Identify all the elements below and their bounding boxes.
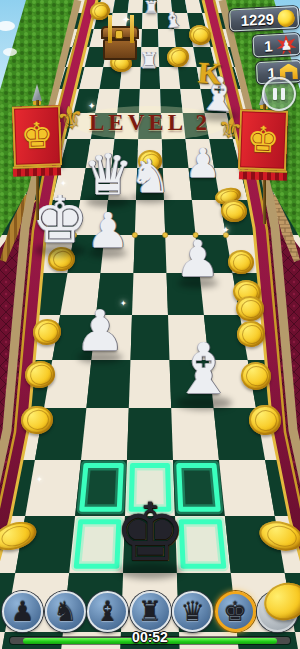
board-square: [120, 67, 141, 89]
black-knight-icon: ♞: [53, 598, 77, 625]
board-square: [162, 139, 189, 168]
board-square: [158, 13, 175, 29]
tray-slot-buy-coin[interactable]: [257, 591, 298, 632]
board-square: [135, 200, 165, 235]
board-square: [86, 360, 130, 408]
board-square: [91, 315, 132, 360]
board-square: [127, 408, 173, 460]
board-square: [142, 13, 158, 29]
board-square: [103, 47, 124, 67]
board-square: [237, 632, 300, 649]
board-square: [141, 47, 160, 67]
board-square: [112, 139, 139, 168]
move-target-square[interactable]: [76, 522, 119, 567]
board-square: [209, 360, 256, 408]
game-screen: ✦✦✦✦✦✦✦ ♜♝♜♝♟♞♛♚♟♟♟♝♚ K ♚ ♚ ⚜ ⚜ LEVEL 2 …: [0, 0, 300, 649]
board-square: [171, 408, 219, 460]
board-square: [158, 29, 176, 47]
board-square: [25, 460, 81, 516]
black-king-icon: ♚: [223, 598, 247, 625]
player-black-king[interactable]: ♚: [114, 493, 186, 573]
pause-button[interactable]: [262, 77, 296, 111]
board-square: [15, 516, 75, 573]
pause-icon: [273, 88, 277, 100]
board-square: [101, 235, 135, 273]
board-square: [0, 632, 63, 649]
board-square: [129, 360, 171, 408]
board-square: [174, 29, 193, 47]
tray-slot-pawn[interactable]: ♟: [2, 591, 43, 632]
board-square: [159, 47, 178, 67]
board-square: [96, 273, 133, 315]
board-square: [167, 273, 204, 315]
board-square: [132, 273, 168, 315]
tray-slot-knight[interactable]: ♞: [45, 591, 86, 632]
tray-slot-king[interactable]: ♚: [215, 591, 256, 632]
board-square: [136, 168, 164, 200]
board-square: [107, 29, 126, 47]
board-square: [56, 632, 121, 649]
board-square: [176, 47, 197, 67]
board-square: [113, 0, 129, 13]
black-pawn-icon: ♟: [10, 598, 34, 625]
tray-slot-rook[interactable]: ♜: [130, 591, 171, 632]
move-target-square[interactable]: [181, 522, 224, 567]
board-square: [105, 200, 137, 235]
board-square: [171, 0, 187, 13]
tray-slot-bishop[interactable]: ♝: [87, 591, 128, 632]
board-square: [165, 235, 199, 273]
board-square: [168, 315, 209, 360]
black-rook-icon: ♜: [138, 598, 162, 625]
board-square: [122, 47, 141, 67]
board-square: [110, 13, 128, 29]
board-square: [186, 139, 215, 168]
board-square: [134, 235, 167, 273]
board-square: [119, 632, 181, 649]
board-square: [157, 0, 172, 13]
board-square: [143, 0, 158, 13]
board-square: [163, 168, 192, 200]
board-square: [219, 460, 275, 516]
board-square: [44, 360, 91, 408]
board-square: [100, 67, 123, 89]
board-square: [108, 168, 137, 200]
board-square: [159, 67, 180, 89]
black-bishop-icon: ♝: [95, 598, 119, 625]
board-square: [164, 200, 196, 235]
tray-slot-queen[interactable]: ♛: [172, 591, 213, 632]
board-square: [140, 67, 160, 89]
board-square: [131, 315, 170, 360]
board-square: [124, 29, 142, 47]
board-square: [126, 13, 143, 29]
board-square: [225, 516, 285, 573]
board-square: [137, 139, 163, 168]
board-square: [178, 67, 201, 89]
board-square: [86, 139, 115, 168]
board-square: [172, 13, 190, 29]
board-square: [81, 408, 129, 460]
board-square: [170, 360, 214, 408]
board-square: [128, 0, 143, 13]
board-square: [179, 632, 244, 649]
black-queen-icon: ♛: [180, 598, 204, 625]
board-square: [141, 29, 158, 47]
